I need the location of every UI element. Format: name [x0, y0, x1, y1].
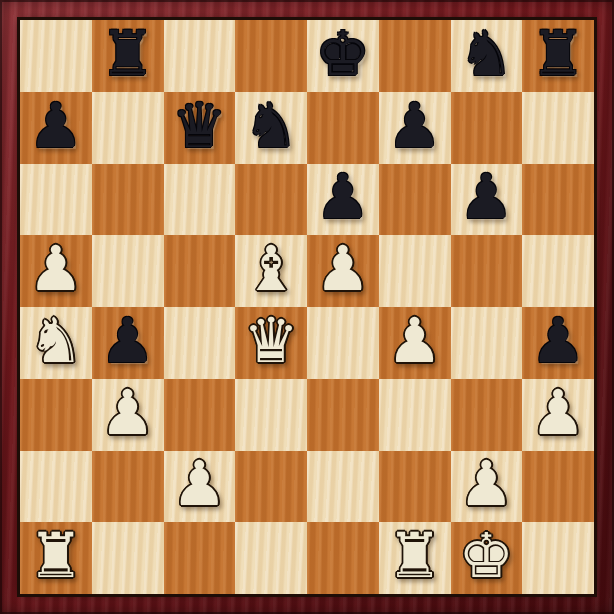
- square-g3[interactable]: [451, 379, 523, 451]
- square-b5[interactable]: [92, 235, 164, 307]
- square-a1[interactable]: ♜: [20, 522, 92, 594]
- square-g5[interactable]: [451, 235, 523, 307]
- square-h7[interactable]: [522, 92, 594, 164]
- square-d8[interactable]: [235, 20, 307, 92]
- square-h3[interactable]: ♟: [522, 379, 594, 451]
- square-h4[interactable]: ♟: [522, 307, 594, 379]
- square-h1[interactable]: [522, 522, 594, 594]
- square-a2[interactable]: [20, 451, 92, 523]
- square-d2[interactable]: [235, 451, 307, 523]
- black-pawn: ♟: [28, 95, 84, 157]
- square-g1[interactable]: ♚: [451, 522, 523, 594]
- square-d3[interactable]: [235, 379, 307, 451]
- white-pawn: ♟: [172, 453, 228, 515]
- square-d4[interactable]: ♛: [235, 307, 307, 379]
- white-bishop: ♝: [243, 238, 299, 300]
- square-h6[interactable]: [522, 164, 594, 236]
- square-c8[interactable]: [164, 20, 236, 92]
- square-f1[interactable]: ♜: [379, 522, 451, 594]
- black-king: ♚: [315, 23, 371, 85]
- black-rook: ♜: [100, 23, 156, 85]
- square-c7[interactable]: ♛: [164, 92, 236, 164]
- square-c1[interactable]: [164, 522, 236, 594]
- square-f3[interactable]: [379, 379, 451, 451]
- square-g2[interactable]: ♟: [451, 451, 523, 523]
- square-h2[interactable]: [522, 451, 594, 523]
- white-pawn: ♟: [459, 453, 515, 515]
- white-pawn: ♟: [28, 238, 84, 300]
- square-a7[interactable]: ♟: [20, 92, 92, 164]
- white-rook: ♜: [387, 525, 443, 587]
- square-b6[interactable]: [92, 164, 164, 236]
- square-a5[interactable]: ♟: [20, 235, 92, 307]
- square-g7[interactable]: [451, 92, 523, 164]
- square-c5[interactable]: [164, 235, 236, 307]
- square-c3[interactable]: [164, 379, 236, 451]
- black-knight: ♞: [459, 23, 515, 85]
- square-g6[interactable]: ♟: [451, 164, 523, 236]
- square-h8[interactable]: ♜: [522, 20, 594, 92]
- square-f7[interactable]: ♟: [379, 92, 451, 164]
- white-pawn: ♟: [530, 382, 586, 444]
- square-f5[interactable]: [379, 235, 451, 307]
- square-b4[interactable]: ♟: [92, 307, 164, 379]
- square-f6[interactable]: [379, 164, 451, 236]
- square-e7[interactable]: [307, 92, 379, 164]
- square-a8[interactable]: [20, 20, 92, 92]
- square-f2[interactable]: [379, 451, 451, 523]
- square-g8[interactable]: ♞: [451, 20, 523, 92]
- square-c2[interactable]: ♟: [164, 451, 236, 523]
- square-e5[interactable]: ♟: [307, 235, 379, 307]
- square-c4[interactable]: [164, 307, 236, 379]
- square-d1[interactable]: [235, 522, 307, 594]
- square-a4[interactable]: ♞: [20, 307, 92, 379]
- square-b8[interactable]: ♜: [92, 20, 164, 92]
- black-pawn: ♟: [387, 95, 443, 157]
- white-pawn: ♟: [315, 238, 371, 300]
- black-knight: ♞: [243, 95, 299, 157]
- square-e1[interactable]: [307, 522, 379, 594]
- square-b3[interactable]: ♟: [92, 379, 164, 451]
- square-b7[interactable]: [92, 92, 164, 164]
- square-f4[interactable]: ♟: [379, 307, 451, 379]
- square-a6[interactable]: [20, 164, 92, 236]
- square-e8[interactable]: ♚: [307, 20, 379, 92]
- square-b1[interactable]: [92, 522, 164, 594]
- black-pawn: ♟: [530, 310, 586, 372]
- white-queen: ♛: [243, 310, 299, 372]
- square-e2[interactable]: [307, 451, 379, 523]
- square-d6[interactable]: [235, 164, 307, 236]
- square-e3[interactable]: [307, 379, 379, 451]
- square-a3[interactable]: [20, 379, 92, 451]
- square-f8[interactable]: [379, 20, 451, 92]
- white-knight: ♞: [28, 310, 84, 372]
- white-king: ♚: [459, 525, 515, 587]
- square-d5[interactable]: ♝: [235, 235, 307, 307]
- chess-board: ♜♚♞♜♟♛♞♟♟♟♟♝♟♞♟♛♟♟♟♟♟♟♜♜♚: [20, 20, 594, 594]
- square-e4[interactable]: [307, 307, 379, 379]
- square-e6[interactable]: ♟: [307, 164, 379, 236]
- black-pawn: ♟: [459, 166, 515, 228]
- white-rook: ♜: [28, 525, 84, 587]
- white-pawn: ♟: [387, 310, 443, 372]
- board-frame: ♜♚♞♜♟♛♞♟♟♟♟♝♟♞♟♛♟♟♟♟♟♟♜♜♚: [0, 0, 614, 614]
- chess-app: ♜♚♞♜♟♛♞♟♟♟♟♝♟♞♟♛♟♟♟♟♟♟♜♜♚: [0, 0, 614, 614]
- square-g4[interactable]: [451, 307, 523, 379]
- black-rook: ♜: [530, 23, 586, 85]
- square-h5[interactable]: [522, 235, 594, 307]
- square-c6[interactable]: [164, 164, 236, 236]
- square-d7[interactable]: ♞: [235, 92, 307, 164]
- square-b2[interactable]: [92, 451, 164, 523]
- black-pawn: ♟: [100, 310, 156, 372]
- black-queen: ♛: [172, 95, 228, 157]
- white-pawn: ♟: [100, 382, 156, 444]
- black-pawn: ♟: [315, 166, 371, 228]
